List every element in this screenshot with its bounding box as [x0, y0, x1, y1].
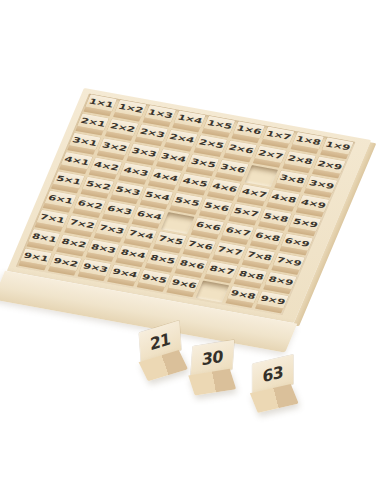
answer-cube-30[interactable]: 30 [189, 340, 242, 396]
cube: 4×9 [296, 195, 329, 217]
cube: 6×9 [279, 234, 312, 256]
cube: 7×9 [271, 253, 304, 275]
cube: 8×9 [263, 272, 296, 294]
cube: 9×9 [255, 291, 288, 313]
cube: 5×9 [288, 214, 321, 236]
answer-cube-label: 21 [149, 329, 171, 355]
answer-cube-label: 63 [262, 362, 283, 386]
answer-cube-63[interactable]: 63 [249, 354, 305, 412]
cube-9x9[interactable]: 9×9 [253, 291, 291, 316]
answer-cube-label: 30 [201, 347, 223, 370]
product-photo: 1×11×21×31×41×51×61×71×81×92×12×22×32×42… [0, 0, 381, 492]
cube: 1×9 [320, 137, 353, 159]
cube: 2×9 [312, 157, 345, 179]
multiplication-board-tray: 1×11×21×31×41×51×61×71×81×92×12×22×32×42… [7, 88, 371, 323]
cube: 3×9 [304, 176, 337, 198]
